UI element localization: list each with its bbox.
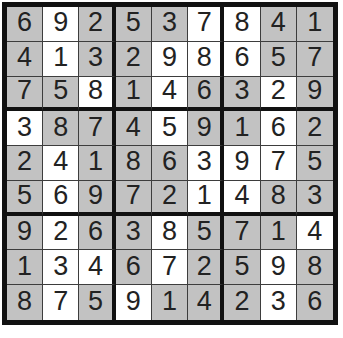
cell-r8c7[interactable]: 5 <box>224 250 260 285</box>
cell-r1c9[interactable]: 1 <box>297 7 333 42</box>
cell-r7c1[interactable]: 9 <box>7 216 43 251</box>
cell-r8c5[interactable]: 7 <box>152 250 188 285</box>
cell-r9c7[interactable]: 2 <box>224 285 260 320</box>
cell-r7c9[interactable]: 4 <box>297 216 333 251</box>
cell-r5c5[interactable]: 6 <box>152 146 188 181</box>
cell-r5c8[interactable]: 7 <box>261 146 297 181</box>
cell-r1c5[interactable]: 3 <box>152 7 188 42</box>
cell-r3c1[interactable]: 7 <box>7 77 43 112</box>
cell-r8c8[interactable]: 9 <box>261 250 297 285</box>
cell-r2c5[interactable]: 9 <box>152 42 188 77</box>
cell-r2c3[interactable]: 3 <box>79 42 115 77</box>
cell-r8c9[interactable]: 8 <box>297 250 333 285</box>
cell-r9c9[interactable]: 6 <box>297 285 333 320</box>
cell-r4c1[interactable]: 3 <box>7 111 43 146</box>
sudoku-board: 6925378414132986577581463293874591622418… <box>2 2 338 325</box>
cell-r9c2[interactable]: 7 <box>43 285 79 320</box>
cell-r6c9[interactable]: 3 <box>297 181 333 216</box>
cell-r3c4[interactable]: 1 <box>116 77 152 112</box>
cell-r5c4[interactable]: 8 <box>116 146 152 181</box>
cell-r4c4[interactable]: 4 <box>116 111 152 146</box>
cell-r2c6[interactable]: 8 <box>188 42 224 77</box>
cell-r4c7[interactable]: 1 <box>224 111 260 146</box>
cell-r4c2[interactable]: 8 <box>43 111 79 146</box>
cell-r7c5[interactable]: 8 <box>152 216 188 251</box>
cell-r1c2[interactable]: 9 <box>43 7 79 42</box>
cell-r9c1[interactable]: 8 <box>7 285 43 320</box>
page: { "game": "sudoku", "description": "Comp… <box>0 0 343 338</box>
cell-r9c8[interactable]: 3 <box>261 285 297 320</box>
cell-r2c2[interactable]: 1 <box>43 42 79 77</box>
cell-r5c1[interactable]: 2 <box>7 146 43 181</box>
cell-r4c8[interactable]: 6 <box>261 111 297 146</box>
cell-r8c3[interactable]: 4 <box>79 250 115 285</box>
cell-r3c3[interactable]: 8 <box>79 77 115 112</box>
cell-r1c6[interactable]: 7 <box>188 7 224 42</box>
cell-r6c6[interactable]: 1 <box>188 181 224 216</box>
cell-r7c7[interactable]: 7 <box>224 216 260 251</box>
cell-r4c6[interactable]: 9 <box>188 111 224 146</box>
cell-r9c3[interactable]: 5 <box>79 285 115 320</box>
cell-r1c8[interactable]: 4 <box>261 7 297 42</box>
cell-r1c3[interactable]: 2 <box>79 7 115 42</box>
cell-r5c3[interactable]: 1 <box>79 146 115 181</box>
cell-r4c3[interactable]: 7 <box>79 111 115 146</box>
cell-r7c4[interactable]: 3 <box>116 216 152 251</box>
cell-r7c6[interactable]: 5 <box>188 216 224 251</box>
cell-r7c3[interactable]: 6 <box>79 216 115 251</box>
cell-r2c4[interactable]: 2 <box>116 42 152 77</box>
cell-r3c8[interactable]: 2 <box>261 77 297 112</box>
cell-r6c8[interactable]: 8 <box>261 181 297 216</box>
cell-r1c1[interactable]: 6 <box>7 7 43 42</box>
cell-r9c4[interactable]: 9 <box>116 285 152 320</box>
cell-r2c7[interactable]: 6 <box>224 42 260 77</box>
cell-r6c5[interactable]: 2 <box>152 181 188 216</box>
cell-r6c4[interactable]: 7 <box>116 181 152 216</box>
cell-r5c9[interactable]: 5 <box>297 146 333 181</box>
cell-r2c9[interactable]: 7 <box>297 42 333 77</box>
cell-r3c2[interactable]: 5 <box>43 77 79 112</box>
cell-r5c6[interactable]: 3 <box>188 146 224 181</box>
cell-r5c2[interactable]: 4 <box>43 146 79 181</box>
cell-r9c6[interactable]: 4 <box>188 285 224 320</box>
cell-r3c5[interactable]: 4 <box>152 77 188 112</box>
cell-r6c7[interactable]: 4 <box>224 181 260 216</box>
cell-r3c6[interactable]: 6 <box>188 77 224 112</box>
cell-r9c5[interactable]: 1 <box>152 285 188 320</box>
cell-r4c5[interactable]: 5 <box>152 111 188 146</box>
cell-r3c7[interactable]: 3 <box>224 77 260 112</box>
cell-r2c1[interactable]: 4 <box>7 42 43 77</box>
cell-r6c2[interactable]: 6 <box>43 181 79 216</box>
cell-r7c8[interactable]: 1 <box>261 216 297 251</box>
cell-r6c3[interactable]: 9 <box>79 181 115 216</box>
cell-r8c6[interactable]: 2 <box>188 250 224 285</box>
cell-r7c2[interactable]: 2 <box>43 216 79 251</box>
cell-r2c8[interactable]: 5 <box>261 42 297 77</box>
cell-r6c1[interactable]: 5 <box>7 181 43 216</box>
cell-r8c2[interactable]: 3 <box>43 250 79 285</box>
cell-r8c1[interactable]: 1 <box>7 250 43 285</box>
cell-r8c4[interactable]: 6 <box>116 250 152 285</box>
cell-r1c7[interactable]: 8 <box>224 7 260 42</box>
cell-r5c7[interactable]: 9 <box>224 146 260 181</box>
cell-r1c4[interactable]: 5 <box>116 7 152 42</box>
cell-r4c9[interactable]: 2 <box>297 111 333 146</box>
cell-r3c9[interactable]: 9 <box>297 77 333 112</box>
